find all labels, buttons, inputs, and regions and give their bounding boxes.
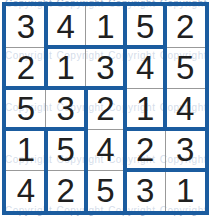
cell-r5c4: 3 [125, 170, 165, 211]
region-border-segment [123, 45, 167, 49]
region-border-segment [4, 127, 48, 131]
cell-r4c1: 1 [6, 129, 46, 170]
region-border-segment [123, 86, 127, 131]
region-border-segment [44, 127, 48, 172]
cell-r2c1: 2 [6, 47, 46, 88]
region-border-segment [84, 127, 88, 172]
cell-r3c1: 5 [6, 88, 46, 129]
region-border-segment [123, 127, 167, 131]
cell-r2c5: 5 [165, 47, 205, 88]
region-border-segment [123, 45, 127, 90]
cell-r5c1: 4 [6, 170, 46, 211]
region-border-segment [84, 168, 88, 213]
cell-r2c2: 1 [46, 47, 86, 88]
cell-r5c2: 2 [46, 170, 86, 211]
cell-r2c4: 4 [125, 47, 165, 88]
cell-r3c3: 2 [86, 88, 126, 129]
cell-r3c5: 4 [165, 88, 205, 129]
puzzle-image: Copyright Copyright Copyright Copyright … [0, 0, 212, 217]
region-border-segment [44, 127, 88, 131]
region-border-segment [4, 86, 48, 90]
region-border-segment [84, 45, 128, 49]
cell-r4c3: 4 [86, 129, 126, 170]
cell-r4c5: 3 [165, 129, 205, 170]
region-border-segment [44, 86, 88, 90]
region-border-segment [163, 45, 167, 90]
cell-r3c2: 3 [46, 88, 86, 129]
cell-r4c2: 5 [46, 129, 86, 170]
region-border-segment [123, 4, 127, 49]
region-border-segment [44, 168, 48, 213]
cell-r2c3: 3 [86, 47, 126, 88]
region-border-segment [44, 4, 48, 49]
region-border-segment [163, 86, 167, 131]
region-border-segment [123, 168, 167, 172]
puzzle-board: 3415221345532141542342531 [2, 2, 209, 215]
cell-r1c3: 1 [86, 6, 126, 47]
region-border-segment [84, 86, 88, 131]
cell-r5c5: 1 [165, 170, 205, 211]
region-border-segment [163, 4, 167, 49]
cell-r1c5: 2 [165, 6, 205, 47]
region-border-segment [44, 45, 48, 90]
region-border-segment [84, 86, 128, 90]
cell-r5c3: 5 [86, 170, 126, 211]
cell-r4c4: 2 [125, 129, 165, 170]
cell-r1c1: 3 [6, 6, 46, 47]
region-border-segment [163, 127, 207, 131]
region-border-segment [44, 45, 88, 49]
region-border-segment [123, 127, 127, 172]
region-border-segment [163, 168, 207, 172]
cell-r3c4: 1 [125, 88, 165, 129]
region-border-segment [123, 168, 127, 213]
cell-r1c4: 5 [125, 6, 165, 47]
cell-r1c2: 4 [46, 6, 86, 47]
